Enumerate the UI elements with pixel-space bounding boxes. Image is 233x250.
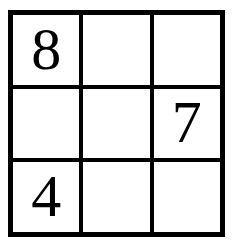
given-digit: 7 <box>172 92 202 152</box>
cell-r1c1[interactable] <box>83 89 149 159</box>
cell-r0c2[interactable] <box>154 15 220 85</box>
given-digit: 8 <box>31 19 61 79</box>
cell-r2c0[interactable]: 4 <box>13 162 79 232</box>
cell-r0c0[interactable]: 8 <box>13 15 79 85</box>
cell-r2c1[interactable] <box>83 162 149 232</box>
cell-r0c1[interactable] <box>83 15 149 85</box>
cell-r1c0[interactable] <box>13 89 79 159</box>
given-digit: 4 <box>31 166 61 226</box>
cell-r2c2[interactable] <box>154 162 220 232</box>
puzzle-grid: 8 7 4 <box>8 10 225 237</box>
cell-r1c2[interactable]: 7 <box>154 89 220 159</box>
